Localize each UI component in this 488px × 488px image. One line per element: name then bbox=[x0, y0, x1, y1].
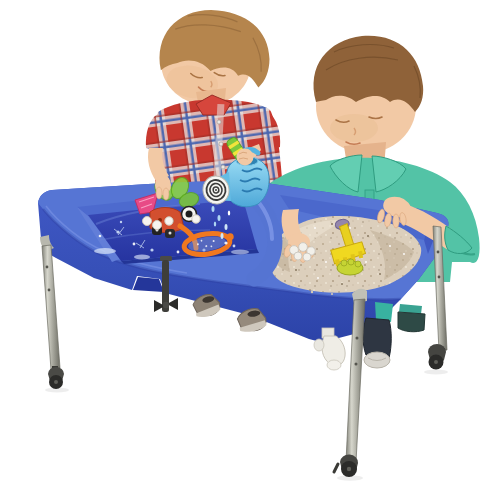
leg-rivet bbox=[356, 337, 359, 340]
caster-shadow bbox=[45, 387, 69, 392]
fist bbox=[237, 149, 254, 166]
leg-rivet bbox=[46, 266, 49, 269]
leg-rivet bbox=[48, 289, 51, 292]
scene-svg bbox=[0, 0, 488, 488]
dark-shoe-2 bbox=[398, 312, 425, 332]
left-child-finger-1 bbox=[156, 187, 162, 199]
leg-rivet bbox=[438, 276, 441, 279]
caster-shadow bbox=[424, 369, 448, 374]
caster-shadow bbox=[337, 475, 363, 481]
left-child-finger-2 bbox=[163, 188, 169, 200]
wheel-hub-2 bbox=[169, 232, 172, 235]
wing-nut-hub bbox=[163, 302, 169, 308]
right-child-second-shoe bbox=[398, 304, 425, 332]
leg-rivet bbox=[355, 363, 358, 366]
product-photo bbox=[0, 0, 488, 488]
leg-rivet bbox=[437, 251, 440, 254]
left-child-right-fist bbox=[237, 149, 254, 166]
toy-eye-inner bbox=[186, 211, 193, 218]
